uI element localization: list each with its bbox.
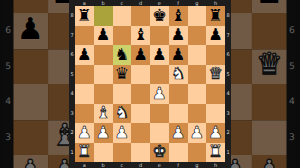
square-b4[interactable]: [94, 84, 113, 104]
square-c5[interactable]: ♛: [113, 65, 132, 85]
square-c6[interactable]: ♞: [113, 45, 132, 65]
square-f7[interactable]: ♟: [169, 26, 188, 46]
file-label-a: a: [75, 162, 94, 168]
rank-label-6: 6: [225, 45, 231, 65]
rank-label-1: 1: [225, 143, 231, 163]
square-d7[interactable]: ♝: [131, 26, 150, 46]
square-h2[interactable]: ♟: [206, 123, 225, 143]
square-a6[interactable]: ♟: [75, 45, 94, 65]
square-c8[interactable]: [113, 6, 132, 26]
piece-black-rook[interactable]: ♜: [208, 7, 223, 24]
piece-white-rook[interactable]: ♜: [77, 144, 92, 161]
square-c7[interactable]: [113, 26, 132, 46]
file-label-d: d: [131, 162, 150, 168]
square-d5[interactable]: [131, 65, 150, 85]
piece-white-bishop[interactable]: ♝: [96, 105, 111, 122]
piece-white-pawn[interactable]: ♟: [114, 124, 129, 141]
piece-white-queen[interactable]: ♛: [208, 66, 223, 83]
square-f6[interactable]: ♟: [169, 45, 188, 65]
square-b6[interactable]: [94, 45, 113, 65]
square-b5[interactable]: [94, 65, 113, 85]
piece-white-knight[interactable]: ♞: [171, 66, 186, 83]
square-g6[interactable]: [188, 45, 207, 65]
square-g5[interactable]: [188, 65, 207, 85]
piece-black-pawn[interactable]: ♟: [171, 27, 186, 44]
piece-black-king[interactable]: ♚: [152, 7, 167, 24]
square-b1[interactable]: [94, 143, 113, 163]
file-label-b: b: [94, 162, 113, 168]
square-e6[interactable]: ♟: [150, 45, 169, 65]
piece-white-pawn[interactable]: ♟: [96, 124, 111, 141]
piece-black-pawn[interactable]: ♟: [96, 27, 111, 44]
square-h6[interactable]: [206, 45, 225, 65]
square-a1[interactable]: ♜: [75, 143, 94, 163]
piece-black-pawn[interactable]: ♟: [171, 46, 186, 63]
piece-white-king[interactable]: ♚: [152, 144, 167, 161]
square-h5[interactable]: ♛: [206, 65, 225, 85]
piece-black-pawn[interactable]: ♟: [133, 46, 148, 63]
square-e1[interactable]: ♚: [150, 143, 169, 163]
piece-black-pawn[interactable]: ♟: [152, 46, 167, 63]
square-e8[interactable]: ♚: [150, 6, 169, 26]
piece-black-queen[interactable]: ♛: [114, 66, 129, 83]
file-label-e: e: [150, 162, 169, 168]
piece-black-bishop[interactable]: ♝: [171, 7, 186, 24]
square-c4[interactable]: [113, 84, 132, 104]
square-d1[interactable]: [131, 143, 150, 163]
file-label-f: f: [169, 162, 188, 168]
piece-black-pawn[interactable]: ♟: [77, 46, 92, 63]
square-f5[interactable]: ♞: [169, 65, 188, 85]
piece-white-pawn[interactable]: ♟: [208, 124, 223, 141]
square-a4[interactable]: [75, 84, 94, 104]
square-f4[interactable]: [169, 84, 188, 104]
square-d3[interactable]: [131, 104, 150, 124]
rank-label-7: 7: [225, 26, 231, 46]
rank-label-8: 8: [225, 6, 231, 26]
square-a5[interactable]: [75, 65, 94, 85]
piece-black-knight[interactable]: ♞: [114, 46, 129, 63]
square-d6[interactable]: ♟: [131, 45, 150, 65]
square-g1[interactable]: [188, 143, 207, 163]
square-b3[interactable]: ♝: [94, 104, 113, 124]
rank-label-3: 3: [225, 104, 231, 124]
square-h7[interactable]: ♟: [206, 26, 225, 46]
file-label-g: g: [188, 162, 207, 168]
square-e3[interactable]: [150, 104, 169, 124]
piece-white-rook[interactable]: ♜: [208, 144, 223, 161]
file-label-c: c: [113, 162, 132, 168]
square-d2[interactable]: [131, 123, 150, 143]
square-c1[interactable]: [113, 143, 132, 163]
square-g3[interactable]: [188, 104, 207, 124]
square-a3[interactable]: [75, 104, 94, 124]
file-label-h: h: [206, 162, 225, 168]
square-e7[interactable]: [150, 26, 169, 46]
square-b2[interactable]: ♟: [94, 123, 113, 143]
square-d8[interactable]: [131, 6, 150, 26]
chess-board[interactable]: abcdefgh8♜♚♝♜87♟♝♟♟76♟♞♟♟♟65♛♞♛54♟43♝♞32…: [69, 0, 231, 168]
piece-white-pawn[interactable]: ♟: [189, 124, 204, 141]
piece-black-pawn[interactable]: ♟: [208, 27, 223, 44]
piece-white-pawn[interactable]: ♟: [152, 85, 167, 102]
square-d4[interactable]: [131, 84, 150, 104]
square-h8[interactable]: ♜: [206, 6, 225, 26]
square-g8[interactable]: [188, 6, 207, 26]
square-c3[interactable]: ♞: [113, 104, 132, 124]
square-h3[interactable]: [206, 104, 225, 124]
square-b7[interactable]: ♟: [94, 26, 113, 46]
rank-label-5: 5: [225, 65, 231, 85]
square-g4[interactable]: [188, 84, 207, 104]
chess-app-stage: abcdefgh8♜♚♝♜87♟♝♟♟76♟♞♟♟♟65♛♞♛54♟43♝♞32…: [0, 0, 300, 168]
square-f2[interactable]: ♟: [169, 123, 188, 143]
square-a7[interactable]: [75, 26, 94, 46]
square-e4[interactable]: ♟: [150, 84, 169, 104]
square-g7[interactable]: [188, 26, 207, 46]
square-f1[interactable]: [169, 143, 188, 163]
square-f3[interactable]: [169, 104, 188, 124]
square-e5[interactable]: [150, 65, 169, 85]
square-a8[interactable]: ♜: [75, 6, 94, 26]
piece-black-bishop[interactable]: ♝: [133, 27, 148, 44]
rank-label-4: 4: [225, 84, 231, 104]
square-g2[interactable]: ♟: [188, 123, 207, 143]
rank-label-2: 2: [225, 123, 231, 143]
board-frame-corner: [225, 162, 231, 168]
square-c2[interactable]: ♟: [113, 123, 132, 143]
piece-white-knight[interactable]: ♞: [114, 105, 129, 122]
square-f8[interactable]: ♝: [169, 6, 188, 26]
piece-white-pawn[interactable]: ♟: [171, 124, 186, 141]
square-e2[interactable]: [150, 123, 169, 143]
square-a2[interactable]: ♟: [75, 123, 94, 143]
piece-white-pawn[interactable]: ♟: [77, 124, 92, 141]
piece-black-rook[interactable]: ♜: [77, 7, 92, 24]
square-h4[interactable]: [206, 84, 225, 104]
square-h1[interactable]: ♜: [206, 143, 225, 163]
square-b8[interactable]: [94, 6, 113, 26]
